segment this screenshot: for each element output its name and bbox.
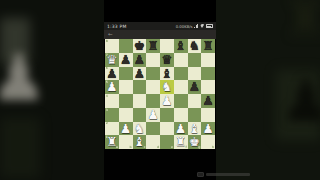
- square-g2[interactable]: ♝: [188, 122, 202, 136]
- piece-white-bishop-c1: ♝: [133, 135, 147, 149]
- piece-white-pawn-h2: ♟: [201, 122, 215, 136]
- square-c7[interactable]: ♟: [133, 53, 147, 67]
- piece-white-rook-f1: ♜: [174, 135, 188, 149]
- piece-black-rook-d8: ♜: [146, 39, 160, 53]
- coord-rank-6: 6: [106, 67, 108, 70]
- square-b5[interactable]: [119, 80, 133, 94]
- square-d4[interactable]: [146, 94, 160, 108]
- square-d7[interactable]: [146, 53, 160, 67]
- phone-screenshot: 1:33 PM 0.00KB/s ← 8♚♜♝♞♜7♛♟♟♛6♟♟♝5♟♞♟4♟…: [104, 0, 216, 180]
- blurred-background-right: ♜ ♟: [216, 0, 320, 180]
- piece-black-knight-g8: ♞: [188, 39, 202, 53]
- watermark-icon: [197, 172, 204, 177]
- square-h6[interactable]: [201, 67, 215, 81]
- piece-black-bishop-f8: ♝: [174, 39, 188, 53]
- square-c2[interactable]: ♞: [133, 122, 147, 136]
- square-f6[interactable]: [174, 67, 188, 81]
- coord-rank-4: 4: [106, 95, 108, 98]
- square-a4[interactable]: 4: [105, 94, 119, 108]
- coord-rank-8: 8: [106, 40, 108, 43]
- square-g7[interactable]: [188, 53, 202, 67]
- square-b2[interactable]: ♟: [119, 122, 133, 136]
- video-frame: ♟ ♜ ♟ 1:33 PM 0.00KB/s ← 8♚♜♝♞♜7♛♟♟♛6♟♟♝…: [0, 0, 320, 180]
- piece-white-rook-a1: ♜: [105, 135, 119, 149]
- square-f7[interactable]: [174, 53, 188, 67]
- square-e3[interactable]: [160, 108, 174, 122]
- blurred-white-pawn-icon: ♟: [0, 46, 47, 110]
- square-b3[interactable]: [119, 108, 133, 122]
- piece-white-knight-e5: ♞: [160, 80, 174, 94]
- square-e2[interactable]: [160, 122, 174, 136]
- piece-white-pawn-e4: ♟: [160, 94, 174, 108]
- piece-black-pawn-c7: ♟: [133, 53, 147, 67]
- square-f4[interactable]: [174, 94, 188, 108]
- coord-rank-1: 1: [106, 136, 108, 139]
- square-f8[interactable]: ♝: [174, 39, 188, 53]
- square-e4[interactable]: ♟: [160, 94, 174, 108]
- square-g3[interactable]: [188, 108, 202, 122]
- square-c6[interactable]: ♟: [133, 67, 147, 81]
- wifi-icon: [200, 24, 205, 28]
- square-h5[interactable]: [201, 80, 215, 94]
- blurred-background-left: ♟: [0, 0, 104, 180]
- square-e1[interactable]: e: [160, 135, 174, 149]
- square-e6[interactable]: ♝: [160, 67, 174, 81]
- app-bar: ←: [104, 30, 216, 39]
- square-f2[interactable]: ♟: [174, 122, 188, 136]
- square-c5[interactable]: [133, 80, 147, 94]
- piece-black-bishop-e6: ♝: [160, 67, 174, 81]
- piece-white-pawn-b2: ♟: [119, 122, 133, 136]
- square-a8[interactable]: 8: [105, 39, 119, 53]
- square-b8[interactable]: [119, 39, 133, 53]
- square-a2[interactable]: 2: [105, 122, 119, 136]
- piece-white-knight-c2: ♞: [133, 122, 147, 136]
- square-d8[interactable]: ♜: [146, 39, 160, 53]
- square-f1[interactable]: f♜: [174, 135, 188, 149]
- battery-icon: [206, 24, 213, 28]
- piece-black-king-c8: ♚: [133, 39, 147, 53]
- recorder-watermark: [197, 172, 250, 177]
- piece-black-pawn-b7: ♟: [119, 53, 133, 67]
- clock-time: 1:33 PM: [107, 24, 127, 29]
- coord-rank-7: 7: [106, 54, 108, 57]
- piece-white-king-g1: ♚: [188, 135, 202, 149]
- square-a1[interactable]: 1a♜: [105, 135, 119, 149]
- square-a5[interactable]: 5♟: [105, 80, 119, 94]
- piece-white-bishop-g2: ♝: [188, 122, 202, 136]
- square-h2[interactable]: ♟: [201, 122, 215, 136]
- square-f5[interactable]: [174, 80, 188, 94]
- piece-white-pawn-f2: ♟: [174, 122, 188, 136]
- coord-rank-2: 2: [106, 122, 108, 125]
- square-b6[interactable]: [119, 67, 133, 81]
- square-d3[interactable]: ♟: [146, 108, 160, 122]
- coord-rank-3: 3: [106, 109, 108, 112]
- piece-white-pawn-a5: ♟: [105, 80, 119, 94]
- status-icons: 0.00KB/s: [176, 24, 213, 29]
- square-a6[interactable]: 6♟: [105, 67, 119, 81]
- blur-dark-patch: [0, 118, 40, 178]
- square-f3[interactable]: [174, 108, 188, 122]
- watermark-text-blur: [206, 173, 250, 177]
- square-g6[interactable]: [188, 67, 202, 81]
- square-c3[interactable]: [133, 108, 147, 122]
- blurred-black-pawn-icon: ♟: [280, 72, 320, 130]
- square-g4[interactable]: [188, 94, 202, 108]
- square-h1[interactable]: h: [201, 135, 215, 149]
- piece-black-rook-h8: ♜: [201, 39, 215, 53]
- square-g8[interactable]: ♞: [188, 39, 202, 53]
- square-e8[interactable]: [160, 39, 174, 53]
- square-e5[interactable]: ♞: [160, 80, 174, 94]
- square-d5[interactable]: [146, 80, 160, 94]
- square-d2[interactable]: [146, 122, 160, 136]
- piece-white-queen-a7: ♛: [105, 53, 119, 67]
- square-e7[interactable]: ♛: [160, 53, 174, 67]
- square-b1[interactable]: b: [119, 135, 133, 149]
- piece-black-pawn-h4: ♟: [201, 94, 215, 108]
- piece-black-pawn-g5: ♟: [188, 80, 202, 94]
- square-h4[interactable]: ♟: [201, 94, 215, 108]
- square-c1[interactable]: c♝: [133, 135, 147, 149]
- back-icon[interactable]: ←: [108, 32, 113, 38]
- square-c8[interactable]: ♚: [133, 39, 147, 53]
- square-h8[interactable]: ♜: [201, 39, 215, 53]
- square-a7[interactable]: 7♛: [105, 53, 119, 67]
- square-d1[interactable]: d: [146, 135, 160, 149]
- network-speed: 0.00KB/s: [176, 24, 193, 29]
- status-bar: 1:33 PM 0.00KB/s: [104, 22, 216, 30]
- square-h7[interactable]: [201, 53, 215, 67]
- piece-white-pawn-d3: ♟: [146, 108, 160, 122]
- piece-black-pawn-a6: ♟: [105, 67, 119, 81]
- square-b4[interactable]: [119, 94, 133, 108]
- square-d6[interactable]: [146, 67, 160, 81]
- square-b7[interactable]: ♟: [119, 53, 133, 67]
- square-g5[interactable]: ♟: [188, 80, 202, 94]
- piece-black-queen-e7: ♛: [160, 53, 174, 67]
- chess-board[interactable]: 8♚♜♝♞♜7♛♟♟♛6♟♟♝5♟♞♟4♟♟3♟2♟♞♟♝♟1a♜bc♝def♜…: [105, 39, 215, 149]
- coord-rank-5: 5: [106, 81, 108, 84]
- piece-black-pawn-c6: ♟: [133, 67, 147, 81]
- square-c4[interactable]: [133, 94, 147, 108]
- square-g1[interactable]: g♚: [188, 135, 202, 149]
- square-h3[interactable]: [201, 108, 215, 122]
- signal-icon: [194, 24, 198, 28]
- blurred-black-rook-icon: ♜: [282, 0, 320, 44]
- square-a3[interactable]: 3: [105, 108, 119, 122]
